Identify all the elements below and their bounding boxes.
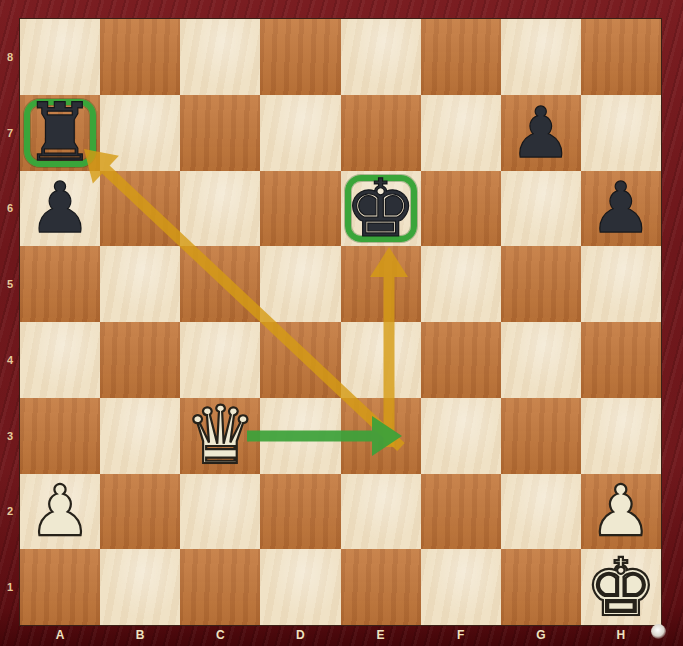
- square-f8[interactable]: [421, 19, 501, 95]
- square-e4[interactable]: [341, 322, 421, 398]
- square-g2[interactable]: [501, 474, 581, 550]
- square-b6[interactable]: [100, 171, 180, 247]
- piece-black-pawn-h6[interactable]: ♟: [581, 171, 661, 247]
- square-d4[interactable]: [260, 322, 340, 398]
- square-h6[interactable]: ♟: [581, 171, 661, 247]
- square-g6[interactable]: [501, 171, 581, 247]
- square-h5[interactable]: [581, 246, 661, 322]
- piece-white-pawn-a2[interactable]: ♟: [20, 474, 100, 550]
- rank-coordinates: 87654321: [0, 19, 20, 625]
- square-h8[interactable]: [581, 19, 661, 95]
- rank-label-7: 7: [0, 95, 20, 171]
- square-h7[interactable]: [581, 95, 661, 171]
- square-e3[interactable]: [341, 398, 421, 474]
- square-g1[interactable]: [501, 549, 581, 625]
- square-d3[interactable]: [260, 398, 340, 474]
- file-label-a: A: [20, 625, 100, 646]
- file-label-h: H: [581, 625, 661, 646]
- chess-board: ♜♟♟♚♟♛♟♟♚: [20, 19, 661, 625]
- square-a4[interactable]: [20, 322, 100, 398]
- square-e6[interactable]: ♚: [341, 171, 421, 247]
- square-g8[interactable]: [501, 19, 581, 95]
- square-a1[interactable]: [20, 549, 100, 625]
- square-f4[interactable]: [421, 322, 501, 398]
- square-f1[interactable]: [421, 549, 501, 625]
- file-label-c: C: [180, 625, 260, 646]
- square-b3[interactable]: [100, 398, 180, 474]
- square-h2[interactable]: ♟: [581, 474, 661, 550]
- square-f6[interactable]: [421, 171, 501, 247]
- square-d2[interactable]: [260, 474, 340, 550]
- square-a6[interactable]: ♟: [20, 171, 100, 247]
- square-e2[interactable]: [341, 474, 421, 550]
- square-f2[interactable]: [421, 474, 501, 550]
- file-label-g: G: [501, 625, 581, 646]
- file-label-d: D: [260, 625, 340, 646]
- square-c4[interactable]: [180, 322, 260, 398]
- square-g5[interactable]: [501, 246, 581, 322]
- square-d1[interactable]: [260, 549, 340, 625]
- file-label-f: F: [421, 625, 501, 646]
- square-a7[interactable]: ♜: [20, 95, 100, 171]
- square-c7[interactable]: [180, 95, 260, 171]
- piece-black-pawn-g7[interactable]: ♟: [501, 95, 581, 171]
- piece-white-queen-c3[interactable]: ♛: [180, 398, 260, 474]
- file-label-e: E: [341, 625, 421, 646]
- square-e5[interactable]: [341, 246, 421, 322]
- chess-position-diagram: ♜♟♟♚♟♛♟♟♚ 87654321 ABCDEFGH: [0, 0, 683, 646]
- rank-label-4: 4: [0, 322, 20, 398]
- square-b8[interactable]: [100, 19, 180, 95]
- square-g3[interactable]: [501, 398, 581, 474]
- rank-label-1: 1: [0, 549, 20, 625]
- glare-dot: [651, 624, 666, 639]
- square-a3[interactable]: [20, 398, 100, 474]
- rank-label-2: 2: [0, 474, 20, 550]
- square-b4[interactable]: [100, 322, 180, 398]
- rank-label-3: 3: [0, 398, 20, 474]
- square-b5[interactable]: [100, 246, 180, 322]
- square-c2[interactable]: [180, 474, 260, 550]
- square-c6[interactable]: [180, 171, 260, 247]
- piece-black-pawn-a6[interactable]: ♟: [20, 171, 100, 247]
- square-d8[interactable]: [260, 19, 340, 95]
- piece-black-rook-a7[interactable]: ♜: [20, 95, 100, 171]
- square-f3[interactable]: [421, 398, 501, 474]
- square-g4[interactable]: [501, 322, 581, 398]
- square-g7[interactable]: ♟: [501, 95, 581, 171]
- piece-white-pawn-h2[interactable]: ♟: [581, 474, 661, 550]
- square-h1[interactable]: ♚: [581, 549, 661, 625]
- rank-label-8: 8: [0, 19, 20, 95]
- square-e1[interactable]: [341, 549, 421, 625]
- piece-black-king-e6[interactable]: ♚: [341, 171, 421, 247]
- square-c5[interactable]: [180, 246, 260, 322]
- square-d6[interactable]: [260, 171, 340, 247]
- file-coordinates: ABCDEFGH: [20, 625, 661, 646]
- square-c8[interactable]: [180, 19, 260, 95]
- rank-label-6: 6: [0, 171, 20, 247]
- square-b2[interactable]: [100, 474, 180, 550]
- square-h4[interactable]: [581, 322, 661, 398]
- rank-label-5: 5: [0, 246, 20, 322]
- square-h3[interactable]: [581, 398, 661, 474]
- square-c1[interactable]: [180, 549, 260, 625]
- file-label-b: B: [100, 625, 180, 646]
- square-f7[interactable]: [421, 95, 501, 171]
- piece-white-king-h1[interactable]: ♚: [581, 549, 661, 625]
- square-d5[interactable]: [260, 246, 340, 322]
- square-f5[interactable]: [421, 246, 501, 322]
- square-d7[interactable]: [260, 95, 340, 171]
- square-a2[interactable]: ♟: [20, 474, 100, 550]
- square-b1[interactable]: [100, 549, 180, 625]
- square-a5[interactable]: [20, 246, 100, 322]
- square-e7[interactable]: [341, 95, 421, 171]
- square-e8[interactable]: [341, 19, 421, 95]
- square-c3[interactable]: ♛: [180, 398, 260, 474]
- square-a8[interactable]: [20, 19, 100, 95]
- square-b7[interactable]: [100, 95, 180, 171]
